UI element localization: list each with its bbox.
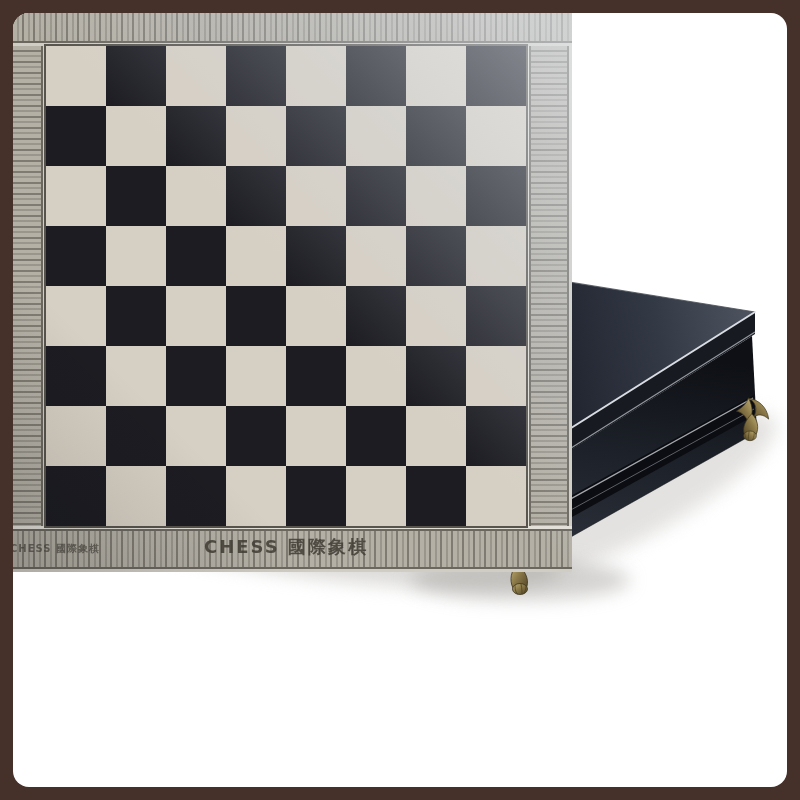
square-d5 [226,226,286,286]
square-g4 [406,286,466,346]
square-e3 [286,346,346,406]
square-c7 [166,106,226,166]
square-c4 [166,286,226,346]
square-f6 [346,166,406,226]
square-e4 [286,286,346,346]
square-e1 [286,466,346,526]
square-b2 [106,406,166,466]
square-h4 [466,286,526,346]
square-h6 [466,166,526,226]
square-g5 [406,226,466,286]
square-g6 [406,166,466,226]
square-a6 [46,166,106,226]
square-b3 [106,346,166,406]
square-a8 [46,46,106,106]
square-h5 [466,226,526,286]
square-h7 [466,106,526,166]
photo-area: CHESS 國際象棋 CHESS 國際象棋 ♜♞♝♚♛♝♞♜♟♟♟♟♟♟♟♟♟♟… [13,13,787,787]
board-border-top [13,13,572,46]
square-g3 [406,346,466,406]
square-e5 [286,226,346,286]
board-title-text: CHESS 國際象棋 [204,535,368,559]
square-h3 [466,346,526,406]
square-d4 [226,286,286,346]
square-e7 [286,106,346,166]
square-b5 [106,226,166,286]
square-g1 [406,466,466,526]
square-f7 [346,106,406,166]
board-border-small-text: CHESS 國際象棋 [13,542,100,556]
photo-frame: CHESS 國際象棋 CHESS 國際象棋 ♜♞♝♚♛♝♞♜♟♟♟♟♟♟♟♟♟♟… [0,0,800,800]
square-b8 [106,46,166,106]
product-photo: CHESS 國際象棋 CHESS 國際象棋 ♜♞♝♚♛♝♞♜♟♟♟♟♟♟♟♟♟♟… [13,13,787,787]
square-d3 [226,346,286,406]
square-h8 [466,46,526,106]
square-d6 [226,166,286,226]
square-e6 [286,166,346,226]
square-f3 [346,346,406,406]
chess-board: CHESS 國際象棋 CHESS 國際象棋 [13,13,572,572]
square-h1 [466,466,526,526]
square-a3 [46,346,106,406]
square-f5 [346,226,406,286]
board-border-bottom: CHESS 國際象棋 CHESS 國際象棋 [13,526,572,572]
square-b4 [106,286,166,346]
square-c6 [166,166,226,226]
square-b6 [106,166,166,226]
square-c5 [166,226,226,286]
square-a4 [46,286,106,346]
square-d2 [226,406,286,466]
board-border-right [526,13,572,569]
square-e2 [286,406,346,466]
square-f1 [346,466,406,526]
square-f8 [346,46,406,106]
square-a1 [46,466,106,526]
square-c1 [166,466,226,526]
square-a5 [46,226,106,286]
board-grid [46,46,526,526]
square-g2 [406,406,466,466]
square-b7 [106,106,166,166]
board-border-left [13,13,46,569]
square-c3 [166,346,226,406]
square-b1 [106,466,166,526]
square-d1 [226,466,286,526]
square-a7 [46,106,106,166]
square-g7 [406,106,466,166]
square-g8 [406,46,466,106]
square-d8 [226,46,286,106]
square-h2 [466,406,526,466]
square-a2 [46,406,106,466]
square-c8 [166,46,226,106]
square-f4 [346,286,406,346]
square-c2 [166,406,226,466]
square-d7 [226,106,286,166]
square-e8 [286,46,346,106]
square-f2 [346,406,406,466]
